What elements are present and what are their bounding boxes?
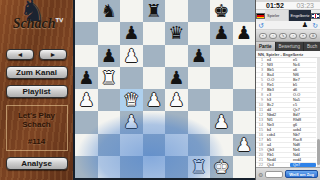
channel-logo: ♞ SchachTV	[5, 0, 68, 46]
tab-partie[interactable]: Partie	[256, 42, 276, 51]
piece-black-pawn[interactable]: ♟	[123, 23, 139, 43]
piece-black-pawn[interactable]: ♟	[78, 68, 94, 88]
black-move[interactable]: Rac8	[290, 138, 316, 142]
move-number: 3	[256, 68, 264, 72]
white-move[interactable]: Bc2	[264, 103, 290, 107]
square-g7[interactable]: ♟	[210, 22, 233, 44]
square-c8[interactable]	[120, 0, 143, 22]
chess-board-frame: ♞♜♚♟♛♟♟♟♟♟♟♜♟♟♛♟♟♟♟♟♜♚	[73, 0, 255, 180]
panel-footer: ⚙ Weiß am Zug	[256, 167, 320, 180]
black-move[interactable]: Nd4	[290, 153, 316, 157]
move-number: 9	[256, 98, 264, 102]
square-d8[interactable]: ♜	[143, 0, 166, 22]
prev-button[interactable]: ◄	[6, 49, 34, 60]
white-clock: 01:52	[266, 2, 284, 9]
square-e7[interactable]: ♛	[165, 22, 188, 44]
square-g3[interactable]: ♟	[210, 111, 233, 133]
square-a6[interactable]	[75, 45, 98, 67]
piece-white-pawn[interactable]: ♟	[123, 112, 139, 132]
square-d6[interactable]	[143, 45, 166, 67]
square-a5[interactable]: ♟	[75, 67, 98, 89]
piece-white-rook[interactable]: ♜	[101, 68, 117, 88]
black-move[interactable]: Bd7	[290, 113, 316, 117]
piece-black-pawn[interactable]: ♟	[168, 68, 184, 88]
white-move[interactable]: Qb3	[264, 148, 290, 152]
square-h5[interactable]	[233, 67, 256, 89]
piece-white-rook[interactable]: ♜	[191, 157, 207, 177]
playlist-button[interactable]: Playlist	[6, 85, 68, 98]
black-move[interactable]: Nf6	[290, 73, 316, 77]
piece-white-pawn[interactable]: ♟	[123, 46, 139, 66]
move-number: 11	[256, 108, 264, 112]
piece-black-queen[interactable]: ♛	[168, 23, 184, 43]
black-move[interactable]: Nb7	[290, 133, 316, 137]
black-move[interactable]: Be7	[290, 78, 316, 82]
square-c6[interactable]: ♟	[120, 45, 143, 67]
square-f7[interactable]	[188, 22, 211, 44]
episode-number: #114	[28, 137, 45, 146]
move-number: 16	[256, 133, 264, 137]
white-move[interactable]: h3	[264, 98, 290, 102]
move-number: 5	[256, 78, 264, 82]
move-number: 7	[256, 88, 264, 92]
white-move[interactable]: b4	[264, 128, 290, 132]
square-f3[interactable]	[188, 111, 211, 133]
settings-icon[interactable]: ⚙	[309, 33, 317, 39]
piece-black-knight[interactable]: ♞	[101, 1, 117, 21]
black-move[interactable]: Ne6	[290, 148, 316, 152]
square-e6[interactable]	[165, 45, 188, 67]
status-button[interactable]: Weiß am Zug	[285, 170, 318, 178]
square-a1[interactable]	[75, 156, 98, 178]
black-move[interactable]: Nd8	[290, 143, 316, 147]
piece-black-king[interactable]: ♚	[213, 1, 229, 21]
piece-white-pawn[interactable]: ♟	[236, 135, 252, 155]
black-player-name: Engelbertz	[289, 10, 312, 21]
black-move[interactable]: b5	[290, 83, 316, 87]
square-c1[interactable]	[120, 156, 143, 178]
square-d3[interactable]	[143, 111, 166, 133]
side-to-move-icon: ♟	[302, 21, 308, 29]
white-move[interactable]: Nxd4	[264, 158, 290, 162]
square-b8[interactable]: ♞	[98, 0, 121, 22]
move-number: 14	[256, 123, 264, 127]
piece-white-pawn[interactable]: ♟	[146, 90, 162, 110]
square-h7[interactable]: ♟	[233, 22, 256, 44]
square-c4[interactable]: ♛	[120, 89, 143, 111]
black-move[interactable]: Qe7	[290, 163, 316, 167]
white-move[interactable]: b5	[264, 138, 290, 142]
move-number: 15	[256, 128, 264, 132]
square-g6[interactable]	[210, 45, 233, 67]
square-h4[interactable]	[233, 89, 256, 111]
square-d4[interactable]: ♟	[143, 89, 166, 111]
white-move[interactable]: Qc4	[264, 163, 290, 167]
square-h8[interactable]	[233, 0, 256, 22]
piece-black-rook[interactable]: ♜	[146, 1, 162, 21]
white-move[interactable]: Ne3	[264, 123, 290, 127]
square-f1[interactable]: ♜	[188, 156, 211, 178]
move-number: 17	[256, 138, 264, 142]
analyse-button[interactable]: Analyse	[6, 157, 68, 170]
square-a8[interactable]	[75, 0, 98, 22]
white-player-name: Spieler	[265, 10, 289, 21]
rotate-right-icon[interactable]: ↻	[312, 22, 318, 29]
white-move[interactable]: Nf3	[264, 63, 290, 67]
move-number: 22	[256, 163, 264, 167]
next-move-icon[interactable]: ›	[289, 33, 297, 39]
indicator-row: ↺ ♟ ↻	[256, 21, 320, 30]
white-move[interactable]: cxb4	[264, 133, 290, 137]
white-move[interactable]: Bb5	[264, 68, 290, 72]
piece-black-pawn[interactable]: ♟	[101, 46, 117, 66]
square-e4[interactable]: ♟	[165, 89, 188, 111]
square-a2[interactable]	[75, 134, 98, 156]
move-number: 2	[256, 63, 264, 67]
tab-buch[interactable]: Buch	[304, 42, 320, 51]
square-a4[interactable]: ♟	[75, 89, 98, 111]
square-c7[interactable]: ♟	[120, 22, 143, 44]
square-a7[interactable]	[75, 22, 98, 44]
move-number: 20	[256, 153, 264, 157]
white-move[interactable]: c3	[264, 93, 290, 97]
black-move[interactable]: g6	[290, 123, 316, 127]
next-button[interactable]: ►	[39, 49, 67, 60]
white-move[interactable]: Bb3	[264, 88, 290, 92]
white-move[interactable]: e4	[264, 58, 290, 62]
piece-white-pawn[interactable]: ♟	[213, 112, 229, 132]
black-move[interactable]: a6	[290, 68, 316, 72]
piece-white-king[interactable]: ♚	[213, 157, 229, 177]
channel-name: SchachTV	[5, 16, 71, 32]
square-b5[interactable]: ♜	[98, 67, 121, 89]
tab-bewertung[interactable]: Bewertung	[276, 42, 305, 51]
rotate-left-icon[interactable]: ↺	[258, 22, 264, 29]
germany-flag-icon	[256, 13, 265, 19]
square-h1[interactable]	[233, 156, 256, 178]
square-b1[interactable]	[98, 156, 121, 178]
square-b6[interactable]: ♟	[98, 45, 121, 67]
black-move[interactable]: Nc6	[290, 63, 316, 67]
square-f5[interactable]	[188, 67, 211, 89]
square-b3[interactable]	[98, 111, 121, 133]
white-move[interactable]: Re1	[264, 83, 290, 87]
game-header: NN, Spieler - Engelbertz	[256, 51, 320, 58]
piece-white-pawn[interactable]: ♟	[168, 90, 184, 110]
chess-board[interactable]: ♞♜♚♟♛♟♟♟♟♟♟♜♟♟♛♟♟♟♟♟♜♚	[75, 0, 255, 178]
square-h2[interactable]: ♟	[233, 134, 256, 156]
piece-white-queen[interactable]: ♛	[123, 90, 139, 110]
white-move[interactable]: a4	[264, 143, 290, 147]
black-move[interactable]: Rfd8	[290, 118, 316, 122]
square-g1[interactable]: ♚	[210, 156, 233, 178]
move-number: 18	[256, 143, 264, 147]
channel-button[interactable]: Zum Kanal	[6, 66, 68, 79]
white-move[interactable]: Rb1	[264, 153, 290, 157]
black-move[interactable]: Na5	[290, 98, 316, 102]
black-move[interactable]: exd4	[290, 158, 316, 162]
england-flag-icon	[311, 13, 320, 19]
nav-arrows: ◄ ►	[6, 49, 67, 60]
white-move[interactable]: O-O	[264, 78, 290, 82]
square-e1[interactable]	[165, 156, 188, 178]
square-d1[interactable]	[143, 156, 166, 178]
move-number: 1	[256, 58, 264, 62]
move-number: 10	[256, 103, 264, 107]
square-e2[interactable]	[165, 134, 188, 156]
chess-app-panel: 01:52 03:23 Spieler Engelbertz ↺ ♟ ↻ «‹✎…	[255, 0, 320, 180]
piece-black-pawn[interactable]: ♟	[236, 23, 252, 43]
square-f4[interactable]	[188, 89, 211, 111]
move-number: 12	[256, 113, 264, 117]
square-f6[interactable]: ♟	[188, 45, 211, 67]
episode-title-line2: Schach	[22, 120, 50, 129]
square-b7[interactable]	[98, 22, 121, 44]
prev-move-icon[interactable]: ‹	[269, 33, 277, 39]
square-c2[interactable]	[120, 134, 143, 156]
square-a3[interactable]	[75, 111, 98, 133]
square-h3[interactable]	[233, 111, 256, 133]
episode-title-line1: Let's Play	[18, 111, 55, 120]
last-move-icon[interactable]: »	[299, 33, 307, 39]
square-f2[interactable]	[188, 134, 211, 156]
white-move[interactable]: Ba4	[264, 73, 290, 77]
square-g8[interactable]: ♚	[210, 0, 233, 22]
move-number: 4	[256, 73, 264, 77]
piece-black-pawn[interactable]: ♟	[213, 23, 229, 43]
square-e3[interactable]	[165, 111, 188, 133]
square-b2[interactable]	[98, 134, 121, 156]
first-move-icon[interactable]: «	[259, 33, 267, 39]
move-row-22: 22Qc4Qe7	[256, 163, 316, 167]
player-row: Spieler Engelbertz	[256, 10, 320, 21]
square-d5[interactable]	[143, 67, 166, 89]
white-move[interactable]: Nbd2	[264, 113, 290, 117]
square-g2[interactable]	[210, 134, 233, 156]
panel-tabs: PartieBewertungBuch	[256, 42, 320, 51]
clock-row: 01:52 03:23	[256, 0, 320, 10]
move-number: 8	[256, 93, 264, 97]
move-list[interactable]: 1e4e52Nf3Nc63Bb5a64Ba4Nf65O-OBe76Re1b57B…	[256, 58, 320, 167]
black-move[interactable]: O-O	[290, 93, 316, 97]
square-g5[interactable]	[210, 67, 233, 89]
black-move[interactable]: axb4	[290, 128, 316, 132]
input-field[interactable]	[265, 171, 283, 178]
white-move[interactable]: Nf1	[264, 118, 290, 122]
move-number: 19	[256, 148, 264, 152]
square-b4[interactable]	[98, 89, 121, 111]
move-number: 21	[256, 158, 264, 162]
gear-icon[interactable]: ⚙	[258, 171, 263, 178]
episode-panel: Let's Play Schach #114	[6, 105, 68, 151]
square-c3[interactable]: ♟	[120, 111, 143, 133]
black-move[interactable]: e5	[290, 58, 316, 62]
square-c5[interactable]	[120, 67, 143, 89]
piece-white-pawn[interactable]: ♟	[78, 90, 94, 110]
move-number: 13	[256, 118, 264, 122]
black-move[interactable]: c5	[290, 103, 316, 107]
square-d2[interactable]	[143, 134, 166, 156]
video-frame: ♞ SchachTV ◄ ► Zum Kanal Playlist Let's …	[0, 0, 320, 180]
move-navigation-toolbar: «‹✎›»⚙	[256, 30, 320, 42]
piece-black-pawn[interactable]: ♟	[191, 46, 207, 66]
square-e8[interactable]	[165, 0, 188, 22]
square-f8[interactable]	[188, 0, 211, 22]
logo-tv-superscript: TV	[56, 17, 64, 23]
square-h6[interactable]	[233, 45, 256, 67]
sidebar: ♞ SchachTV ◄ ► Zum Kanal Playlist Let's …	[0, 0, 73, 180]
white-move[interactable]: d4	[264, 108, 290, 112]
black-move[interactable]: d6	[290, 88, 316, 92]
square-g4[interactable]	[210, 89, 233, 111]
square-d7[interactable]	[143, 22, 166, 44]
move-number: 6	[256, 83, 264, 87]
edit-icon[interactable]: ✎	[279, 33, 287, 39]
black-clock: 03:23	[296, 2, 314, 9]
black-move[interactable]: Qc7	[290, 108, 316, 112]
square-e5[interactable]: ♟	[165, 67, 188, 89]
